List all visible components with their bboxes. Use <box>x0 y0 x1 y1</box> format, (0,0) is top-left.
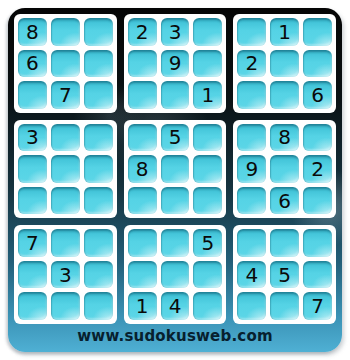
cell-r1c9[interactable] <box>303 18 332 46</box>
cell-r4c9[interactable] <box>303 124 332 152</box>
cell-r8c8[interactable]: 5 <box>270 261 299 289</box>
cell-r8c4[interactable] <box>128 261 157 289</box>
cell-r3c8[interactable] <box>270 81 299 109</box>
cell-r3c4[interactable] <box>128 81 157 109</box>
cell-r4c4[interactable] <box>128 124 157 152</box>
cell-r6c2[interactable] <box>51 187 80 215</box>
cell-r7c9[interactable] <box>303 229 332 257</box>
cell-r4c1[interactable]: 3 <box>18 124 47 152</box>
cell-r9c3[interactable] <box>84 292 113 320</box>
cell-r6c4[interactable] <box>128 187 157 215</box>
cell-r7c4[interactable] <box>128 229 157 257</box>
cell-r7c7[interactable] <box>237 229 266 257</box>
cell-r1c3[interactable] <box>84 18 113 46</box>
cell-r5c2[interactable] <box>51 155 80 183</box>
cell-r4c5[interactable]: 5 <box>161 124 190 152</box>
cell-r8c1[interactable] <box>18 261 47 289</box>
cell-r1c5[interactable]: 3 <box>161 18 190 46</box>
cell-r1c6[interactable] <box>193 18 222 46</box>
cell-r6c9[interactable] <box>303 187 332 215</box>
cell-r9c7[interactable] <box>237 292 266 320</box>
cell-r8c5[interactable] <box>161 261 190 289</box>
cell-r7c3[interactable] <box>84 229 113 257</box>
cell-r9c8[interactable] <box>270 292 299 320</box>
cell-r5c3[interactable] <box>84 155 113 183</box>
cell-r1c1[interactable]: 8 <box>18 18 47 46</box>
cell-r9c5[interactable]: 4 <box>161 292 190 320</box>
cell-r9c2[interactable] <box>51 292 80 320</box>
cell-r2c2[interactable] <box>51 50 80 78</box>
cell-r6c3[interactable] <box>84 187 113 215</box>
cell-r6c6[interactable] <box>193 187 222 215</box>
cell-r7c5[interactable] <box>161 229 190 257</box>
cell-r2c5[interactable]: 9 <box>161 50 190 78</box>
cell-r1c7[interactable] <box>237 18 266 46</box>
sudoku-board: 8672391126358892673514457 <box>14 14 336 324</box>
cell-r2c9[interactable] <box>303 50 332 78</box>
cell-r7c6[interactable]: 5 <box>193 229 222 257</box>
cell-r3c6[interactable]: 1 <box>193 81 222 109</box>
cell-r5c1[interactable] <box>18 155 47 183</box>
cell-r8c6[interactable] <box>193 261 222 289</box>
cell-r5c4[interactable]: 8 <box>128 155 157 183</box>
cell-r9c6[interactable] <box>193 292 222 320</box>
cell-r3c3[interactable] <box>84 81 113 109</box>
cell-r2c8[interactable] <box>270 50 299 78</box>
cell-r5c5[interactable] <box>161 155 190 183</box>
cell-r4c6[interactable] <box>193 124 222 152</box>
cell-r3c2[interactable]: 7 <box>51 81 80 109</box>
cell-r7c1[interactable]: 7 <box>18 229 47 257</box>
cell-r6c7[interactable] <box>237 187 266 215</box>
cell-r1c4[interactable]: 2 <box>128 18 157 46</box>
cell-r2c4[interactable] <box>128 50 157 78</box>
cell-r9c1[interactable] <box>18 292 47 320</box>
cell-r3c9[interactable]: 6 <box>303 81 332 109</box>
board-frame: 8672391126358892673514457 www.sudokusweb… <box>8 8 342 352</box>
box-r1c2: 2391 <box>124 14 227 113</box>
cell-r5c7[interactable]: 9 <box>237 155 266 183</box>
cell-r3c7[interactable] <box>237 81 266 109</box>
cell-r8c2[interactable]: 3 <box>51 261 80 289</box>
cell-r6c1[interactable] <box>18 187 47 215</box>
cell-r6c5[interactable] <box>161 187 190 215</box>
site-url-link[interactable]: www.sudokusweb.com <box>14 325 336 347</box>
cell-r7c8[interactable] <box>270 229 299 257</box>
cell-r3c5[interactable] <box>161 81 190 109</box>
box-r2c3: 8926 <box>233 120 336 219</box>
cell-r5c6[interactable] <box>193 155 222 183</box>
cell-r4c8[interactable]: 8 <box>270 124 299 152</box>
box-r1c1: 867 <box>14 14 117 113</box>
box-r3c3: 457 <box>233 225 336 324</box>
cell-r1c2[interactable] <box>51 18 80 46</box>
cell-r8c3[interactable] <box>84 261 113 289</box>
box-r3c1: 73 <box>14 225 117 324</box>
cell-r9c9[interactable]: 7 <box>303 292 332 320</box>
cell-r5c9[interactable]: 2 <box>303 155 332 183</box>
sudoku-page: 8672391126358892673514457 www.sudokusweb… <box>0 0 350 360</box>
cell-r3c1[interactable] <box>18 81 47 109</box>
cell-r2c6[interactable] <box>193 50 222 78</box>
cell-r2c1[interactable]: 6 <box>18 50 47 78</box>
cell-r8c7[interactable]: 4 <box>237 261 266 289</box>
box-r2c2: 58 <box>124 120 227 219</box>
cell-r9c4[interactable]: 1 <box>128 292 157 320</box>
cell-r6c8[interactable]: 6 <box>270 187 299 215</box>
cell-r5c8[interactable] <box>270 155 299 183</box>
cell-r2c7[interactable]: 2 <box>237 50 266 78</box>
box-r2c1: 3 <box>14 120 117 219</box>
cell-r4c2[interactable] <box>51 124 80 152</box>
cell-r7c2[interactable] <box>51 229 80 257</box>
box-r1c3: 126 <box>233 14 336 113</box>
box-r3c2: 514 <box>124 225 227 324</box>
cell-r4c3[interactable] <box>84 124 113 152</box>
cell-r1c8[interactable]: 1 <box>270 18 299 46</box>
cell-r8c9[interactable] <box>303 261 332 289</box>
cell-r4c7[interactable] <box>237 124 266 152</box>
cell-r2c3[interactable] <box>84 50 113 78</box>
